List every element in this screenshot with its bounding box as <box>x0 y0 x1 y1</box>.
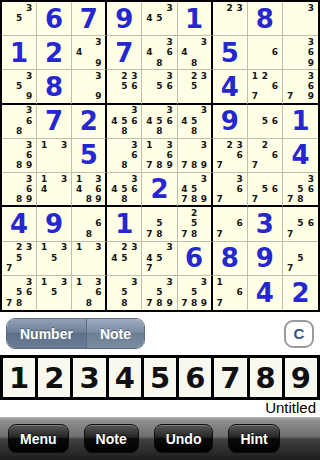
cell-value: 2 <box>150 176 168 202</box>
cell-r6c8[interactable]: 567 <box>248 173 283 207</box>
cell-value: 7 <box>115 40 133 66</box>
cell-value: 4 <box>10 211 28 237</box>
cell-notes: 567 <box>283 207 318 240</box>
cell-r7c4[interactable]: 1 <box>107 207 142 241</box>
pad-digit-6[interactable]: 6 <box>179 358 211 397</box>
cell-notes: 135 <box>37 276 71 310</box>
cell-r7c1[interactable]: 4 <box>2 207 37 241</box>
cell-r3c1[interactable]: 359 <box>2 70 37 104</box>
entry-mode-row: Number Note C <box>0 312 320 355</box>
note-button[interactable]: Note <box>84 424 139 453</box>
cell-notes: 368 <box>107 139 141 172</box>
cell-r3c3[interactable]: 39 <box>72 70 107 104</box>
cell-r8c6[interactable]: 6 <box>178 242 213 276</box>
cell-notes: 3457 <box>142 242 176 275</box>
cell-notes: 345 <box>142 2 176 35</box>
cell-notes: 3 <box>283 2 318 35</box>
cell-r7c8[interactable]: 3 <box>248 207 283 241</box>
cell-r6c3[interactable]: 134689 <box>72 173 107 207</box>
cell-r3c7[interactable]: 4 <box>213 70 248 104</box>
cell-r9c2[interactable]: 135 <box>37 276 72 310</box>
cell-notes: 2356 <box>107 70 141 102</box>
cell-notes: 2357 <box>2 242 36 275</box>
cell-r3c2[interactable]: 8 <box>37 70 72 104</box>
cell-r1c6[interactable]: 1 <box>178 2 213 36</box>
cell-r1c8[interactable]: 8 <box>248 2 283 36</box>
cell-value: 8 <box>256 6 274 32</box>
cell-value: 2 <box>45 40 63 66</box>
cell-r5c4[interactable]: 368 <box>107 139 142 173</box>
cell-notes: 567 <box>248 173 282 205</box>
cell-r6c2[interactable]: 134 <box>37 173 72 207</box>
puzzle-title: Untitled <box>0 400 320 417</box>
cell-r8c5[interactable]: 3457 <box>142 242 177 276</box>
cell-notes: 13 <box>37 139 71 172</box>
cell-r5c2[interactable]: 13 <box>37 139 72 173</box>
cell-value: 9 <box>45 211 63 237</box>
pad-digit-1[interactable]: 1 <box>3 358 35 397</box>
cell-r4c8[interactable]: 56 <box>248 105 283 139</box>
cell-r9c5[interactable]: 35789 <box>142 276 177 310</box>
cell-r2c2[interactable]: 2 <box>37 36 72 70</box>
cell-notes: 1368 <box>72 276 105 310</box>
cell-notes: 35678 <box>283 173 318 205</box>
cell-notes: 35789 <box>178 276 211 310</box>
cell-notes: 136789 <box>142 139 176 172</box>
cell-r8c3[interactable]: 13 <box>72 242 107 276</box>
cell-value: 7 <box>80 6 98 32</box>
cell-value: 7 <box>45 108 63 134</box>
cell-r2c3[interactable]: 349 <box>72 36 107 70</box>
cell-r6c1[interactable]: 3689 <box>2 173 37 207</box>
pad-digit-2[interactable]: 2 <box>38 358 70 397</box>
cell-r3c5[interactable]: 356 <box>142 70 177 104</box>
cell-notes: 35 <box>2 2 36 35</box>
cell-notes: 3689 <box>2 173 36 205</box>
cell-value: 4 <box>256 280 274 306</box>
entry-mode-segmented-control: Number Note <box>6 318 145 349</box>
segment-number[interactable]: Number <box>7 319 86 348</box>
cell-notes: 3789 <box>178 139 211 172</box>
pad-digit-9[interactable]: 9 <box>285 358 317 397</box>
cell-notes: 167 <box>213 276 247 310</box>
cell-value: 1 <box>115 211 133 237</box>
cell-notes: 2345 <box>107 242 141 275</box>
cell-value: 5 <box>80 142 98 168</box>
cell-r4c9[interactable]: 1 <box>283 105 318 139</box>
cell-r2c9[interactable]: 369 <box>283 36 318 70</box>
cell-value: 1 <box>185 6 203 32</box>
cell-notes: 358 <box>107 276 141 310</box>
pad-digit-8[interactable]: 8 <box>250 358 282 397</box>
cell-r9c7[interactable]: 167 <box>213 276 248 310</box>
cell-r7c2[interactable]: 9 <box>37 207 72 241</box>
cell-r2c7[interactable]: 5 <box>213 36 248 70</box>
cell-notes: 345789 <box>178 173 211 205</box>
sudoku-board: 3567934512383123497346834856369359839235… <box>0 0 320 312</box>
cell-notes: 34568 <box>107 105 141 138</box>
cell-r1c4[interactable]: 9 <box>107 2 142 36</box>
segment-note[interactable]: Note <box>86 319 144 348</box>
cell-r4c6[interactable]: 3458 <box>178 105 213 139</box>
cell-value: 5 <box>221 40 239 66</box>
cell-value: 1 <box>291 108 309 134</box>
hint-button[interactable]: Hint <box>228 424 279 453</box>
cell-r5c8[interactable]: 267 <box>248 139 283 173</box>
cell-r9c1[interactable]: 35678 <box>2 276 37 310</box>
cell-notes: 68 <box>72 207 105 240</box>
cell-r1c3[interactable]: 7 <box>72 2 107 36</box>
cell-r8c2[interactable]: 135 <box>37 242 72 276</box>
cell-notes: 56 <box>248 105 282 138</box>
cell-r2c1[interactable]: 1 <box>2 36 37 70</box>
cell-r2c6[interactable]: 348 <box>178 36 213 70</box>
cell-r5c7[interactable]: 2367 <box>213 139 248 173</box>
cell-value: 9 <box>256 245 274 271</box>
cell-notes: 3468 <box>142 36 176 69</box>
cell-r4c1[interactable]: 368 <box>2 105 37 139</box>
bottom-toolbar: Menu Note Undo Hint <box>0 417 320 460</box>
cell-notes: 267 <box>248 139 282 172</box>
clear-button[interactable]: C <box>284 320 314 348</box>
cell-notes: 34568 <box>107 173 141 205</box>
cell-notes: 135 <box>37 242 71 275</box>
pad-digit-5[interactable]: 5 <box>144 358 176 397</box>
cell-r3c4[interactable]: 2356 <box>107 70 142 104</box>
cell-r9c6[interactable]: 35789 <box>178 276 213 310</box>
pad-digit-7[interactable]: 7 <box>214 358 246 397</box>
cell-notes: 67 <box>213 207 247 240</box>
cell-notes: 369 <box>283 36 318 69</box>
cell-value: 4 <box>221 74 239 100</box>
cell-notes: 2578 <box>178 207 211 240</box>
cell-r7c3[interactable]: 68 <box>72 207 107 241</box>
cell-notes: 134 <box>37 173 71 205</box>
cell-r8c9[interactable]: 57 <box>283 242 318 276</box>
cell-r4c7[interactable]: 9 <box>213 105 248 139</box>
cell-r4c4[interactable]: 34568 <box>107 105 142 139</box>
cell-value: 6 <box>185 245 203 271</box>
cell-r7c7[interactable]: 67 <box>213 207 248 241</box>
cell-notes: 23 <box>213 2 247 35</box>
cell-value: 8 <box>221 245 239 271</box>
cell-value: 1 <box>10 40 28 66</box>
cell-value: 2 <box>80 108 98 134</box>
cell-r9c9[interactable]: 2 <box>283 276 318 310</box>
cell-notes: 2367 <box>213 139 247 172</box>
cell-r3c8[interactable]: 1267 <box>248 70 283 104</box>
cell-notes: 367 <box>213 173 247 205</box>
cell-notes: 348 <box>178 36 211 69</box>
cell-notes: 3679 <box>283 70 318 102</box>
cell-r2c8[interactable]: 6 <box>248 36 283 70</box>
cell-r5c6[interactable]: 3789 <box>178 139 213 173</box>
menu-button[interactable]: Menu <box>8 424 69 453</box>
cell-value: 9 <box>115 6 133 32</box>
cell-r8c7[interactable]: 8 <box>213 242 248 276</box>
cell-r9c4[interactable]: 358 <box>107 276 142 310</box>
cell-r4c5[interactable]: 34568 <box>142 105 177 139</box>
cell-r1c7[interactable]: 23 <box>213 2 248 36</box>
cell-value: 3 <box>256 211 274 237</box>
cell-notes: 349 <box>72 36 105 69</box>
cell-r1c2[interactable]: 6 <box>37 2 72 36</box>
pad-digit-3[interactable]: 3 <box>73 358 105 397</box>
cell-r8c4[interactable]: 2345 <box>107 242 142 276</box>
cell-r4c3[interactable]: 2 <box>72 105 107 139</box>
pad-digit-4[interactable]: 4 <box>109 358 141 397</box>
cell-r7c6[interactable]: 2578 <box>178 207 213 241</box>
cell-r6c6[interactable]: 345789 <box>178 173 213 207</box>
cell-notes: 1267 <box>248 70 282 102</box>
cell-value: 2 <box>291 280 309 306</box>
cell-r5c5[interactable]: 136789 <box>142 139 177 173</box>
cell-notes: 578 <box>142 207 176 240</box>
cell-notes: 57 <box>283 242 318 275</box>
cell-r5c1[interactable]: 3689 <box>2 139 37 173</box>
cell-r7c5[interactable]: 578 <box>142 207 177 241</box>
cell-r4c2[interactable]: 7 <box>37 105 72 139</box>
cell-r7c9[interactable]: 567 <box>283 207 318 241</box>
cell-notes: 356 <box>142 70 176 102</box>
cell-r1c5[interactable]: 345 <box>142 2 177 36</box>
cell-notes: 35678 <box>2 276 36 310</box>
cell-value: 9 <box>221 108 239 134</box>
cell-r2c5[interactable]: 3468 <box>142 36 177 70</box>
cell-r8c8[interactable]: 9 <box>248 242 283 276</box>
cell-r2c4[interactable]: 7 <box>107 36 142 70</box>
undo-button[interactable]: Undo <box>154 424 214 453</box>
cell-r1c1[interactable]: 35 <box>2 2 37 36</box>
cell-notes: 6 <box>248 36 282 69</box>
cell-r9c3[interactable]: 1368 <box>72 276 107 310</box>
cell-r1c9[interactable]: 3 <box>283 2 318 36</box>
cell-notes: 134689 <box>72 173 105 205</box>
cell-notes: 13 <box>72 242 105 275</box>
cell-r3c9[interactable]: 3679 <box>283 70 318 104</box>
cell-notes: 39 <box>72 70 105 102</box>
cell-notes: 3458 <box>178 105 211 138</box>
cell-r5c9[interactable]: 4 <box>283 139 318 173</box>
cell-value: 6 <box>45 6 63 32</box>
cell-notes: 359 <box>2 70 36 102</box>
cell-notes: 35789 <box>142 276 176 310</box>
cell-r8c1[interactable]: 2357 <box>2 242 37 276</box>
cell-r9c8[interactable]: 4 <box>248 276 283 310</box>
cell-notes: 235 <box>178 70 211 102</box>
cell-r6c7[interactable]: 367 <box>213 173 248 207</box>
cell-value: 8 <box>45 74 63 100</box>
cell-notes: 34568 <box>142 105 176 138</box>
cell-r6c4[interactable]: 34568 <box>107 173 142 207</box>
cell-value: 4 <box>291 142 309 168</box>
cell-r5c3[interactable]: 5 <box>72 139 107 173</box>
cell-notes: 3689 <box>2 139 36 172</box>
cell-r6c9[interactable]: 35678 <box>283 173 318 207</box>
cell-r3c6[interactable]: 235 <box>178 70 213 104</box>
number-pad: 123456789 <box>0 355 320 400</box>
cell-notes: 368 <box>2 105 36 138</box>
cell-r6c5[interactable]: 2 <box>142 173 177 207</box>
